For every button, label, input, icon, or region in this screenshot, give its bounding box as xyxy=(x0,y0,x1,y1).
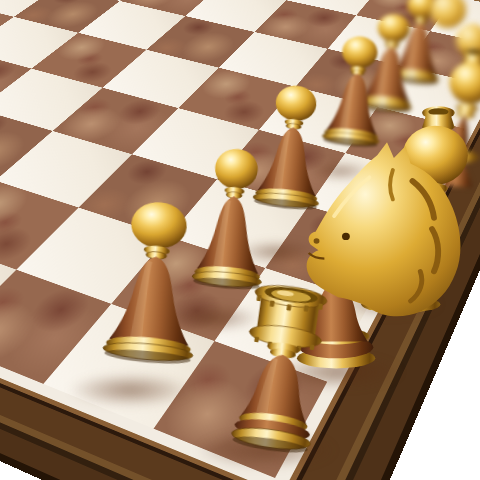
white-pawn-a2[interactable]: ♙ xyxy=(95,199,199,371)
pieces-layer: ♙ ♙ ♙ ♕ xyxy=(0,0,480,480)
white-rook-a1[interactable]: ♖ xyxy=(214,268,326,455)
chess-photo-scene: ♙ ♙ ♙ ♕ xyxy=(0,0,480,480)
